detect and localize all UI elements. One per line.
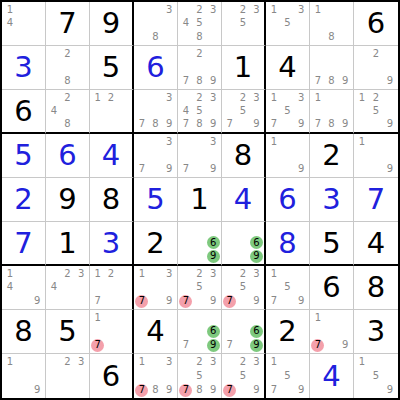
candidate-slot: 5	[369, 104, 383, 117]
candidate-slot: 5	[236, 281, 249, 295]
candidate-1: 1	[267, 91, 280, 104]
cell-r9c6[interactable]: 23579	[222, 354, 266, 398]
candidate-slot: 9	[294, 383, 308, 397]
candidate-slot	[74, 118, 88, 131]
candidate-grid: 179	[310, 310, 353, 353]
candidate-slot: 2	[236, 91, 249, 104]
candidate-slot	[206, 104, 220, 117]
candidate-slot: 1	[91, 267, 104, 281]
candidate-slot	[17, 267, 31, 281]
candidate-3: 3	[295, 3, 308, 16]
given-digit: 5	[58, 317, 76, 346]
candidate-slot	[104, 281, 117, 295]
candidate-slot	[30, 267, 44, 281]
candidate-8: 8	[325, 118, 338, 131]
candidate-slot	[281, 3, 295, 17]
candidate-7: 7	[311, 75, 324, 88]
candidate-slot	[47, 267, 61, 281]
candidate-slot: 2	[236, 3, 249, 17]
candidate-3: 3	[250, 267, 263, 280]
candidate-1: 1	[356, 135, 369, 148]
candidate-2: 2	[370, 47, 383, 60]
candidate-slot: 9	[250, 383, 263, 397]
candidate-slot: 7	[223, 383, 236, 397]
cell-r6c1[interactable]: 7	[2, 222, 46, 266]
cell-r4c1[interactable]: 5	[2, 134, 46, 178]
candidate-slot: 3	[250, 91, 263, 104]
candidate-grid: 18	[310, 2, 353, 45]
cell-r9c8[interactable]: 4	[310, 354, 354, 398]
cell-r5c1[interactable]: 2	[2, 178, 46, 222]
candidate-slot: 1	[267, 91, 281, 104]
candidate-grid: 135	[266, 2, 309, 45]
candidate-slot	[179, 369, 193, 383]
cell-r9c9[interactable]: 159	[354, 354, 398, 398]
cell-r1c8[interactable]: 18	[310, 2, 354, 46]
cell-r1c1[interactable]: 14	[2, 2, 46, 46]
candidate-slot	[206, 311, 220, 325]
candidate-slot	[325, 61, 339, 75]
cell-r4c4[interactable]: 379	[134, 134, 178, 178]
cell-r2c8[interactable]: 789	[310, 46, 354, 90]
candidate-9: 9	[384, 384, 397, 397]
candidate-5: 5	[281, 281, 294, 294]
candidate-grid: 2345789	[178, 90, 221, 132]
cell-r9c3[interactable]: 6	[90, 354, 134, 398]
candidate-slot	[61, 369, 75, 383]
candidate-9-highlight-green: 9	[207, 339, 220, 352]
candidate-slot	[206, 30, 220, 44]
candidate-1: 1	[267, 356, 280, 369]
cell-r3c8[interactable]: 1789	[310, 90, 354, 134]
cell-r8c1[interactable]: 8	[2, 310, 46, 354]
candidate-slot	[149, 104, 163, 117]
candidate-slot	[281, 162, 295, 176]
candidate-slot	[118, 338, 131, 352]
candidate-4: 4	[47, 104, 60, 117]
solved-digit: 7	[367, 185, 385, 214]
candidate-slot	[236, 236, 249, 249]
cell-r5c8[interactable]: 3	[310, 178, 354, 222]
candidate-slot: 2	[104, 267, 117, 281]
candidate-slot	[179, 281, 193, 295]
cell-r7c2[interactable]: 234	[46, 266, 90, 310]
candidate-2: 2	[61, 356, 74, 369]
candidate-grid: 127	[90, 266, 132, 309]
cell-r2c7[interactable]: 4	[266, 46, 310, 90]
candidate-slot	[193, 325, 207, 339]
cell-r6c7[interactable]: 8	[266, 222, 310, 266]
candidate-grid: 12	[90, 90, 132, 132]
candidate-slot	[369, 149, 383, 163]
candidate-slot	[250, 223, 263, 236]
cell-r3c7[interactable]: 13579	[266, 90, 310, 134]
candidate-slot	[338, 61, 352, 75]
cell-r2c6[interactable]: 1	[222, 46, 266, 90]
candidate-slot	[162, 17, 176, 31]
cell-r7c9[interactable]: 8	[354, 266, 398, 310]
cell-r6c6[interactable]: 69	[222, 222, 266, 266]
candidate-grid: 379	[178, 134, 221, 177]
candidate-slot	[104, 338, 117, 352]
given-digit: 4	[146, 317, 164, 346]
candidate-slot	[206, 17, 220, 31]
cell-r9c4[interactable]: 13789	[134, 354, 178, 398]
candidate-slot: 9	[206, 294, 220, 308]
cell-r8c2[interactable]: 5	[46, 310, 90, 354]
candidate-5: 5	[370, 370, 383, 383]
candidate-slot: 9	[206, 338, 220, 352]
candidate-grid: 14	[2, 2, 45, 45]
cell-r8c3[interactable]: 17	[90, 310, 134, 354]
candidate-slot	[179, 47, 193, 61]
candidate-1: 1	[3, 3, 16, 16]
candidate-slot: 2	[193, 3, 207, 17]
candidate-slot	[338, 91, 352, 104]
candidate-slot: 7	[179, 338, 193, 352]
candidate-slot	[193, 162, 207, 176]
candidate-slot	[281, 91, 295, 104]
candidate-slot	[267, 369, 281, 383]
candidate-slot	[61, 281, 75, 295]
candidate-grid: 2789	[178, 46, 221, 89]
candidate-3: 3	[250, 356, 263, 369]
candidate-slot: 9	[294, 118, 308, 131]
candidate-5: 5	[236, 370, 249, 383]
candidate-slot	[162, 149, 176, 163]
candidate-slot	[74, 281, 88, 295]
candidate-grid: 149	[2, 266, 45, 309]
candidate-1: 1	[356, 356, 369, 369]
candidate-grid: 23579	[222, 354, 264, 398]
cell-r1c2[interactable]: 7	[46, 2, 90, 46]
candidate-slot	[206, 281, 220, 295]
candidate-slot	[223, 3, 236, 17]
cell-r5c6[interactable]: 4	[222, 178, 266, 222]
cell-r6c2[interactable]: 1	[46, 222, 90, 266]
cell-r4c8[interactable]: 2	[310, 134, 354, 178]
candidate-9: 9	[295, 384, 308, 397]
candidate-slot: 5	[281, 281, 295, 295]
candidate-7: 7	[311, 118, 324, 131]
candidate-slot: 8	[149, 30, 163, 44]
candidate-slot	[355, 61, 369, 75]
candidate-slot	[223, 267, 236, 281]
candidate-slot	[179, 30, 193, 44]
candidate-slot	[311, 61, 325, 75]
candidate-slot	[311, 17, 325, 31]
candidate-slot	[17, 355, 31, 369]
cell-r3c1[interactable]: 6	[2, 90, 46, 134]
candidate-slot	[104, 311, 117, 325]
cell-r4c9[interactable]: 19	[354, 134, 398, 178]
candidate-slot: 3	[74, 267, 88, 281]
candidate-slot	[179, 325, 193, 339]
cell-r9c1[interactable]: 19	[2, 354, 46, 398]
candidate-slot	[135, 17, 149, 31]
candidate-slot: 4	[47, 281, 61, 295]
cell-r9c2[interactable]: 23	[46, 354, 90, 398]
candidate-slot: 9	[338, 118, 352, 131]
candidate-slot	[149, 3, 163, 17]
candidate-8: 8	[193, 75, 206, 88]
candidate-slot	[193, 223, 207, 236]
candidate-slot: 3	[162, 267, 176, 281]
candidate-slot	[47, 355, 61, 369]
candidate-slot: 5	[281, 104, 295, 117]
cell-r1c5[interactable]: 23458	[178, 2, 222, 46]
cell-r3c9[interactable]: 1259	[354, 90, 398, 134]
candidate-grid: 679	[222, 310, 264, 353]
candidate-slot: 3	[74, 355, 88, 369]
cell-r3c6[interactable]: 23579	[222, 90, 266, 134]
candidate-1: 1	[267, 3, 280, 16]
cell-r4c7[interactable]: 19	[266, 134, 310, 178]
cell-r7c3[interactable]: 127	[90, 266, 134, 310]
candidate-slot	[17, 281, 31, 295]
candidate-slot	[281, 383, 295, 397]
cell-r1c3[interactable]: 9	[90, 2, 134, 46]
candidate-slot	[47, 47, 61, 61]
candidate-slot: 2	[236, 355, 249, 369]
candidate-slot: 4	[179, 17, 193, 31]
candidate-5: 5	[281, 17, 294, 30]
candidate-slot: 6	[206, 325, 220, 339]
candidate-slot: 7	[311, 118, 325, 131]
candidate-slot: 3	[250, 355, 263, 369]
candidate-slot: 7	[311, 338, 325, 352]
candidate-slot	[104, 118, 117, 131]
candidate-slot	[267, 17, 281, 31]
candidate-slot	[267, 30, 281, 44]
candidate-7: 7	[179, 75, 192, 88]
cell-r8c8[interactable]: 179	[310, 310, 354, 354]
candidate-9: 9	[339, 118, 352, 131]
cell-r6c9[interactable]: 4	[354, 222, 398, 266]
candidate-1: 1	[311, 3, 324, 16]
candidate-2: 2	[193, 47, 206, 60]
candidate-slot: 1	[267, 135, 281, 149]
candidate-8: 8	[325, 75, 338, 88]
candidate-slot: 1	[91, 91, 104, 104]
given-digit: 2	[278, 317, 296, 346]
candidate-8: 8	[325, 31, 338, 44]
candidate-3: 3	[207, 3, 220, 16]
cell-r2c3[interactable]: 5	[90, 46, 134, 90]
candidate-5: 5	[281, 370, 294, 383]
cell-r1c9[interactable]: 6	[354, 2, 398, 46]
candidate-slot: 5	[236, 17, 249, 31]
candidate-slot: 3	[162, 3, 176, 17]
candidate-5: 5	[236, 17, 249, 30]
cell-r9c7[interactable]: 1579	[266, 354, 310, 398]
cell-r7c1[interactable]: 149	[2, 266, 46, 310]
cell-r6c5[interactable]: 69	[178, 222, 222, 266]
cell-r3c2[interactable]: 248	[46, 90, 90, 134]
candidate-slot	[267, 281, 281, 295]
candidate-slot: 2	[61, 47, 75, 61]
candidate-1: 1	[135, 267, 148, 280]
cell-r8c9[interactable]: 3	[354, 310, 398, 354]
cell-r5c3[interactable]: 8	[90, 178, 134, 222]
candidate-slot: 5	[369, 369, 383, 383]
candidate-grid: 679	[178, 310, 221, 353]
candidate-6-highlight-green: 6	[207, 325, 220, 338]
candidate-7-highlight-red: 7	[91, 339, 104, 352]
candidate-slot: 5	[236, 369, 249, 383]
candidate-slot	[30, 3, 44, 17]
cell-r2c2[interactable]: 28	[46, 46, 90, 90]
cell-r8c4[interactable]: 4	[134, 310, 178, 354]
candidate-slot	[250, 281, 263, 295]
candidate-9: 9	[384, 75, 397, 88]
candidate-slot	[74, 74, 88, 88]
candidate-3: 3	[163, 91, 176, 104]
candidate-slot: 1	[135, 355, 149, 369]
cell-r4c6[interactable]: 8	[222, 134, 266, 178]
cell-r1c6[interactable]: 235	[222, 2, 266, 46]
candidate-slot	[281, 294, 295, 308]
cell-r5c5[interactable]: 1	[178, 178, 222, 222]
solved-digit: 5	[146, 185, 164, 214]
candidate-3: 3	[75, 356, 88, 369]
candidate-7: 7	[267, 384, 280, 397]
candidate-8: 8	[61, 118, 74, 131]
candidate-slot	[383, 91, 397, 104]
given-digit: 7	[58, 9, 76, 38]
cell-r8c5[interactable]: 679	[178, 310, 222, 354]
candidate-4: 4	[3, 17, 16, 30]
candidate-slot	[149, 281, 163, 295]
candidate-7: 7	[179, 163, 192, 176]
cell-r3c3[interactable]: 12	[90, 90, 134, 134]
candidate-slot: 5	[236, 104, 249, 117]
candidate-grid: 159	[354, 354, 398, 398]
candidate-slot	[338, 325, 352, 339]
cell-r7c6[interactable]: 23579	[222, 266, 266, 310]
candidate-slot	[311, 325, 325, 339]
candidate-slot: 7	[179, 162, 193, 176]
candidate-slot	[325, 3, 339, 17]
candidate-8: 8	[193, 31, 206, 44]
candidate-slot	[223, 17, 236, 31]
candidate-slot	[236, 223, 249, 236]
candidate-slot	[250, 369, 263, 383]
candidate-slot	[250, 104, 263, 117]
candidate-slot: 3	[294, 91, 308, 104]
candidate-slot: 7	[223, 338, 236, 352]
cell-r2c4[interactable]: 6	[134, 46, 178, 90]
candidate-slot: 7	[135, 383, 149, 397]
cell-r7c8[interactable]: 6	[310, 266, 354, 310]
cell-r5c7[interactable]: 6	[266, 178, 310, 222]
cell-r3c5[interactable]: 2345789	[178, 90, 222, 134]
candidate-2: 2	[61, 47, 74, 60]
candidate-slot: 9	[338, 74, 352, 88]
candidate-slot	[236, 325, 249, 339]
cell-r4c3[interactable]: 4	[90, 134, 134, 178]
sudoku-board: 1479382345823513518632856278914789296248…	[0, 0, 400, 400]
candidate-slot	[135, 104, 149, 117]
cell-r5c2[interactable]: 9	[46, 178, 90, 222]
candidate-slot	[17, 30, 31, 44]
cell-r4c2[interactable]: 6	[46, 134, 90, 178]
candidate-6-highlight-green: 6	[207, 236, 220, 249]
candidate-8: 8	[149, 118, 162, 131]
candidate-slot	[383, 61, 397, 75]
solved-digit: 6	[146, 53, 164, 82]
candidate-slot	[325, 17, 339, 31]
cell-r3c4[interactable]: 3789	[134, 90, 178, 134]
candidate-9: 9	[207, 163, 220, 176]
cell-r5c4[interactable]: 5	[134, 178, 178, 222]
cell-r8c6[interactable]: 679	[222, 310, 266, 354]
candidate-9: 9	[295, 163, 308, 176]
cell-r7c5[interactable]: 23579	[178, 266, 222, 310]
candidate-3: 3	[207, 135, 220, 148]
cell-r6c8[interactable]: 5	[310, 222, 354, 266]
candidate-slot: 9	[250, 250, 263, 263]
candidate-slot: 7	[179, 294, 193, 308]
cell-r1c4[interactable]: 38	[134, 2, 178, 46]
candidate-slot	[179, 355, 193, 369]
candidate-slot: 2	[61, 267, 75, 281]
candidate-slot	[162, 104, 176, 117]
candidate-slot: 1	[135, 267, 149, 281]
cell-r7c4[interactable]: 1379	[134, 266, 178, 310]
candidate-slot	[223, 281, 236, 295]
candidate-slot	[61, 61, 75, 75]
candidate-slot	[47, 61, 61, 75]
candidate-slot	[236, 118, 249, 131]
cell-r2c9[interactable]: 29	[354, 46, 398, 90]
cell-r1c7[interactable]: 135	[266, 2, 310, 46]
candidate-slot	[118, 325, 131, 339]
candidate-slot: 1	[3, 355, 17, 369]
cell-r5c9[interactable]: 7	[354, 178, 398, 222]
cell-r7c7[interactable]: 1579	[266, 266, 310, 310]
given-digit: 5	[102, 53, 120, 82]
candidate-slot: 9	[383, 383, 397, 397]
candidate-slot	[325, 91, 339, 104]
candidate-9: 9	[207, 295, 220, 308]
given-digit: 9	[58, 185, 76, 214]
candidate-slot	[104, 104, 117, 117]
cell-r6c3[interactable]: 3	[90, 222, 134, 266]
candidate-slot: 3	[206, 3, 220, 17]
candidate-9-highlight-green: 9	[250, 250, 263, 263]
cell-r8c7[interactable]: 2	[266, 310, 310, 354]
cell-r6c4[interactable]: 2	[134, 222, 178, 266]
cell-r9c5[interactable]: 235789	[178, 354, 222, 398]
cell-r2c5[interactable]: 2789	[178, 46, 222, 90]
candidate-grid: 19	[266, 134, 309, 177]
candidate-slot	[74, 104, 88, 117]
cell-r4c5[interactable]: 379	[178, 134, 222, 178]
candidate-slot	[149, 149, 163, 163]
candidate-1: 1	[91, 91, 104, 104]
candidate-slot: 9	[162, 294, 176, 308]
candidate-slot	[236, 338, 249, 352]
candidate-grid: 23579	[222, 90, 264, 132]
candidate-slot	[294, 30, 308, 44]
candidate-slot	[223, 236, 236, 249]
candidate-9: 9	[295, 118, 308, 131]
candidate-5: 5	[193, 104, 206, 117]
candidate-slot	[355, 47, 369, 61]
cell-r2c1[interactable]: 3	[2, 46, 46, 90]
candidate-slot: 2	[61, 91, 75, 104]
